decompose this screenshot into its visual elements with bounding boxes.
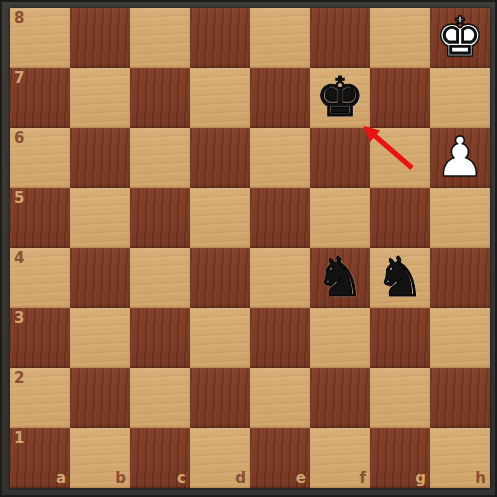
square-a6[interactable]: 6: [10, 128, 70, 188]
rank-label-3: 3: [14, 311, 24, 326]
file-label-b: b: [115, 471, 126, 486]
square-h7[interactable]: [430, 68, 490, 128]
square-c6[interactable]: [130, 128, 190, 188]
rank-label-4: 4: [14, 251, 24, 266]
rank-label-1: 1: [14, 431, 24, 446]
square-d4[interactable]: [190, 248, 250, 308]
square-f4[interactable]: ♞: [310, 248, 370, 308]
square-e3[interactable]: [250, 308, 310, 368]
square-f8[interactable]: [310, 8, 370, 68]
square-h6[interactable]: ♟: [430, 128, 490, 188]
square-b4[interactable]: [70, 248, 130, 308]
square-a5[interactable]: 5: [10, 188, 70, 248]
square-b8[interactable]: [70, 8, 130, 68]
square-b1[interactable]: b: [70, 428, 130, 488]
square-h4[interactable]: [430, 248, 490, 308]
square-g7[interactable]: [370, 68, 430, 128]
square-g8[interactable]: [370, 8, 430, 68]
square-b2[interactable]: [70, 368, 130, 428]
square-g6[interactable]: [370, 128, 430, 188]
square-c4[interactable]: [130, 248, 190, 308]
square-c8[interactable]: [130, 8, 190, 68]
square-h3[interactable]: [430, 308, 490, 368]
square-a1[interactable]: 1a: [10, 428, 70, 488]
square-f6[interactable]: [310, 128, 370, 188]
file-label-e: e: [296, 471, 306, 486]
white-king[interactable]: ♚: [435, 7, 484, 67]
square-f3[interactable]: [310, 308, 370, 368]
chess-board: 8♚7♚6♟54♞♞321abcdefgh: [10, 8, 490, 488]
square-g5[interactable]: [370, 188, 430, 248]
chessboard-window: 8♚7♚6♟54♞♞321abcdefgh: [0, 0, 497, 497]
square-e4[interactable]: [250, 248, 310, 308]
square-b7[interactable]: [70, 68, 130, 128]
file-label-g: g: [415, 471, 426, 486]
square-g2[interactable]: [370, 368, 430, 428]
square-a3[interactable]: 3: [10, 308, 70, 368]
square-e8[interactable]: [250, 8, 310, 68]
rank-label-2: 2: [14, 371, 24, 386]
square-c3[interactable]: [130, 308, 190, 368]
rank-label-6: 6: [14, 131, 24, 146]
white-pawn[interactable]: ♟: [435, 127, 484, 187]
square-g4[interactable]: ♞: [370, 248, 430, 308]
file-label-a: a: [56, 471, 66, 486]
square-f1[interactable]: f: [310, 428, 370, 488]
file-label-d: d: [235, 471, 246, 486]
square-h1[interactable]: h: [430, 428, 490, 488]
square-f2[interactable]: [310, 368, 370, 428]
file-label-c: c: [177, 471, 186, 486]
square-d7[interactable]: [190, 68, 250, 128]
square-h5[interactable]: [430, 188, 490, 248]
black-king[interactable]: ♚: [315, 67, 364, 127]
square-a7[interactable]: 7: [10, 68, 70, 128]
square-e5[interactable]: [250, 188, 310, 248]
square-e1[interactable]: e: [250, 428, 310, 488]
square-e2[interactable]: [250, 368, 310, 428]
square-a8[interactable]: 8: [10, 8, 70, 68]
rank-label-8: 8: [14, 11, 24, 26]
square-b3[interactable]: [70, 308, 130, 368]
file-label-f: f: [359, 471, 366, 486]
square-d1[interactable]: d: [190, 428, 250, 488]
square-c7[interactable]: [130, 68, 190, 128]
black-knight[interactable]: ♞: [375, 247, 424, 307]
square-c2[interactable]: [130, 368, 190, 428]
square-c5[interactable]: [130, 188, 190, 248]
square-d6[interactable]: [190, 128, 250, 188]
square-e6[interactable]: [250, 128, 310, 188]
square-c1[interactable]: c: [130, 428, 190, 488]
square-e7[interactable]: [250, 68, 310, 128]
file-label-h: h: [475, 471, 486, 486]
square-h2[interactable]: [430, 368, 490, 428]
rank-label-5: 5: [14, 191, 24, 206]
square-b5[interactable]: [70, 188, 130, 248]
square-a2[interactable]: 2: [10, 368, 70, 428]
black-knight[interactable]: ♞: [315, 247, 364, 307]
rank-label-7: 7: [14, 71, 24, 86]
square-a4[interactable]: 4: [10, 248, 70, 308]
square-f7[interactable]: ♚: [310, 68, 370, 128]
square-d5[interactable]: [190, 188, 250, 248]
square-g3[interactable]: [370, 308, 430, 368]
square-h8[interactable]: ♚: [430, 8, 490, 68]
square-b6[interactable]: [70, 128, 130, 188]
square-g1[interactable]: g: [370, 428, 430, 488]
square-d3[interactable]: [190, 308, 250, 368]
square-f5[interactable]: [310, 188, 370, 248]
square-d8[interactable]: [190, 8, 250, 68]
square-d2[interactable]: [190, 368, 250, 428]
